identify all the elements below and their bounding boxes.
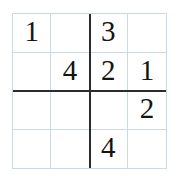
cell-r3c2[interactable] xyxy=(51,91,89,130)
cell-r3c4[interactable]: 2 xyxy=(128,91,166,130)
box-separator-horizontal xyxy=(13,90,166,92)
given-digit: 2 xyxy=(101,56,116,85)
given-digit: 4 xyxy=(63,56,78,85)
cell-r4c4[interactable] xyxy=(128,130,166,169)
cell-r1c1[interactable]: 1 xyxy=(13,14,51,53)
given-digit: 1 xyxy=(140,56,155,85)
cell-r4c1[interactable] xyxy=(13,130,51,169)
cell-r4c2[interactable] xyxy=(51,130,89,169)
given-digit: 3 xyxy=(101,17,116,46)
cell-r3c3[interactable] xyxy=(90,91,128,130)
cell-r2c3[interactable]: 2 xyxy=(90,53,128,92)
given-digit: 1 xyxy=(24,17,39,46)
cell-r2c4[interactable]: 1 xyxy=(128,53,166,92)
cell-r4c3[interactable]: 4 xyxy=(90,130,128,169)
cell-r3c1[interactable] xyxy=(13,91,51,130)
cell-r1c3[interactable]: 3 xyxy=(90,14,128,53)
sudoku-board: 1342124 xyxy=(12,13,167,169)
given-digit: 4 xyxy=(101,133,116,162)
cell-r1c2[interactable] xyxy=(51,14,89,53)
cell-r1c4[interactable] xyxy=(128,14,166,53)
cell-r2c1[interactable] xyxy=(13,53,51,92)
cell-r2c2[interactable]: 4 xyxy=(51,53,89,92)
given-digit: 2 xyxy=(140,94,155,123)
